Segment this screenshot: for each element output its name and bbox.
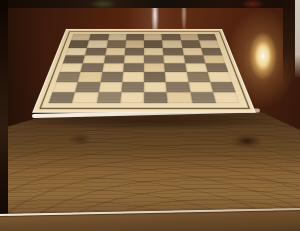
square-b4 <box>81 63 104 72</box>
square-b5 <box>83 55 105 63</box>
photo-left-shadow-edge <box>0 0 8 231</box>
square-h4 <box>205 63 228 72</box>
square-h2 <box>210 81 236 91</box>
square-a7 <box>68 40 89 47</box>
square-e5 <box>144 55 164 63</box>
square-c5 <box>103 55 124 63</box>
room-background <box>0 0 300 9</box>
square-f7 <box>162 40 182 47</box>
chessboard-photo <box>0 0 300 231</box>
square-d4 <box>123 63 144 72</box>
square-f2 <box>166 81 190 91</box>
square-b1 <box>72 91 98 102</box>
square-a6 <box>66 47 88 55</box>
square-f3 <box>165 72 188 82</box>
square-d7 <box>125 40 144 47</box>
square-e4 <box>144 63 165 72</box>
square-b8 <box>89 33 108 40</box>
square-g8 <box>179 33 198 40</box>
chessboard <box>32 29 256 113</box>
square-b7 <box>87 40 107 47</box>
square-f1 <box>167 91 192 102</box>
square-c3 <box>100 72 123 82</box>
square-f5 <box>164 55 185 63</box>
square-g7 <box>181 40 201 47</box>
square-c7 <box>106 40 126 47</box>
square-g6 <box>182 47 203 55</box>
square-f4 <box>164 63 186 72</box>
square-h7 <box>199 40 220 47</box>
square-g1 <box>190 91 216 102</box>
square-b3 <box>78 72 102 82</box>
square-b2 <box>75 81 100 91</box>
square-g4 <box>185 63 208 72</box>
square-a1 <box>48 91 75 102</box>
square-c8 <box>107 33 126 40</box>
square-e8 <box>144 33 162 40</box>
square-f8 <box>162 33 181 40</box>
square-g5 <box>183 55 205 63</box>
square-a4 <box>60 63 83 72</box>
square-h5 <box>203 55 226 63</box>
square-c6 <box>105 47 125 55</box>
square-g2 <box>188 81 213 91</box>
square-a5 <box>63 55 86 63</box>
square-d3 <box>122 72 144 82</box>
square-c4 <box>102 63 124 72</box>
square-h3 <box>207 72 232 82</box>
square-e1 <box>144 91 168 102</box>
square-d8 <box>126 33 144 40</box>
square-d5 <box>124 55 144 63</box>
square-h8 <box>197 33 217 40</box>
square-e6 <box>144 47 164 55</box>
wall-sliver <box>295 0 300 78</box>
square-g3 <box>186 72 210 82</box>
board-grid <box>48 33 239 102</box>
square-a3 <box>56 72 81 82</box>
square-a8 <box>71 33 91 40</box>
square-c2 <box>98 81 122 91</box>
square-b6 <box>85 47 106 55</box>
square-e2 <box>144 81 167 91</box>
square-c1 <box>96 91 121 102</box>
square-d1 <box>120 91 144 102</box>
square-d6 <box>124 47 144 55</box>
square-e7 <box>144 40 163 47</box>
square-a2 <box>52 81 78 91</box>
square-h1 <box>213 91 240 102</box>
square-e3 <box>144 72 166 82</box>
square-h6 <box>201 47 223 55</box>
square-d2 <box>121 81 144 91</box>
square-f6 <box>163 47 183 55</box>
